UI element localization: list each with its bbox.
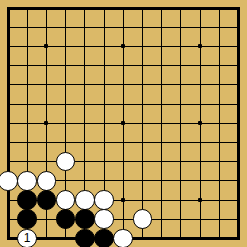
stone-white <box>133 209 153 229</box>
grid-line-horizontal <box>8 161 238 162</box>
star-point <box>44 121 48 125</box>
star-point <box>121 44 125 48</box>
grid-line-horizontal <box>8 142 238 143</box>
stone-white-move-1: 1 <box>17 229 37 247</box>
stone-white <box>37 171 57 191</box>
star-point <box>198 44 202 48</box>
stone-black <box>94 229 114 247</box>
stone-white <box>75 190 95 210</box>
stone-black <box>17 190 37 210</box>
stone-white <box>0 171 18 191</box>
star-point <box>198 198 202 202</box>
stone-black <box>17 209 37 229</box>
stone-move-number: 1 <box>24 232 31 244</box>
stone-black <box>75 209 95 229</box>
grid-line-vertical <box>142 8 143 238</box>
stone-white <box>94 209 114 229</box>
grid-line-vertical <box>161 8 162 238</box>
stone-white <box>94 190 114 210</box>
stone-black <box>56 209 76 229</box>
stone-black <box>75 229 95 247</box>
stone-white <box>17 171 37 191</box>
star-point <box>198 121 202 125</box>
star-point <box>121 198 125 202</box>
star-point <box>121 121 125 125</box>
grid-line-vertical <box>219 8 220 238</box>
grid-line-vertical <box>180 8 181 238</box>
go-board[interactable]: 1 <box>0 0 247 247</box>
stone-white <box>56 190 76 210</box>
grid-line-horizontal <box>8 219 238 220</box>
stone-white <box>113 229 133 247</box>
stone-black <box>37 190 57 210</box>
